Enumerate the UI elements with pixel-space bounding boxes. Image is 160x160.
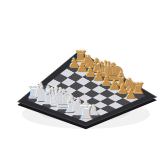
- piece-white-rook-h1: ♜: [78, 104, 94, 122]
- piece-black-bishop-c8: ♝: [89, 56, 106, 75]
- piece-white-pawn-a2: ♟: [34, 81, 47, 96]
- piece-white-pawn-f2: ♟: [72, 97, 85, 112]
- piece-white-pawn-h2: ♟: [87, 103, 100, 118]
- piece-white-pawn-c2: ♟: [49, 87, 62, 102]
- piece-black-pawn-c7: ♟: [84, 65, 96, 78]
- piece-black-pawn-g7: ♟: [117, 83, 129, 96]
- piece-white-bishop-c1: ♝: [39, 86, 59, 108]
- piece-black-knight-b8: ♞: [81, 52, 97, 70]
- piece-white-pawn-b2: ♟: [42, 84, 55, 99]
- piece-black-pawn-e7: ♟: [100, 74, 112, 87]
- pieces-layer: ♜♞♝♛♚♝♞♜♟♟♟♟♟♟♟♟♟♟♟♟♟♟♟♟♜♞♝♛♚♝♞♜: [0, 0, 160, 160]
- piece-black-pawn-f7: ♟: [109, 79, 121, 92]
- piece-white-knight-g1: ♞: [69, 98, 88, 119]
- piece-white-rook-a1: ♜: [26, 83, 42, 101]
- piece-black-rook-a8: ♜: [74, 50, 88, 66]
- piece-white-pawn-g2: ♟: [79, 100, 92, 115]
- chess-set-product-photo: ♜♞♝♛♚♝♞♜♟♟♟♟♟♟♟♟♟♟♟♟♟♟♟♟♜♞♝♛♚♝♞♜: [0, 0, 160, 160]
- piece-black-pawn-d7: ♟: [92, 70, 104, 83]
- piece-black-king-e8: ♚: [103, 61, 125, 85]
- piece-black-queen-d8: ♛: [95, 58, 115, 80]
- piece-black-knight-g8: ♞: [122, 75, 138, 93]
- piece-black-pawn-a7: ♟: [68, 57, 80, 70]
- piece-black-bishop-f8: ♝: [113, 70, 130, 89]
- piece-white-pawn-d2: ♟: [57, 91, 70, 106]
- piece-white-king-e1: ♚: [51, 86, 76, 114]
- piece-white-bishop-f1: ♝: [61, 94, 81, 116]
- piece-black-pawn-h7: ♟: [125, 87, 137, 100]
- piece-white-queen-d1: ♛: [45, 85, 68, 111]
- piece-white-knight-b1: ♞: [32, 84, 51, 105]
- piece-white-pawn-e2: ♟: [64, 94, 77, 109]
- piece-black-pawn-b7: ♟: [76, 61, 88, 74]
- piece-black-rook-h8: ♜: [131, 82, 145, 98]
